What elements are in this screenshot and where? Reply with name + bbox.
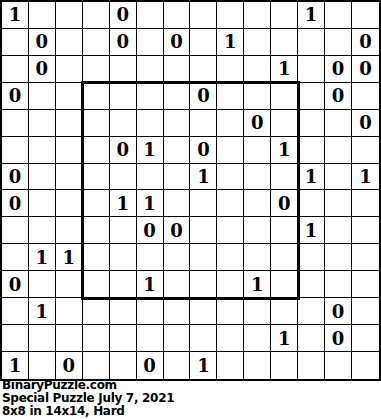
cell-r5c10-given: 0 [244,110,271,137]
cell-r5c5[interactable] [110,110,137,137]
cell-r10c9[interactable] [217,244,244,271]
cell-r7c1-given: 0 [2,164,29,191]
cell-r13c14[interactable] [352,325,379,352]
cell-r11c6-given: 1 [137,271,164,298]
cell-r11c4[interactable] [83,271,110,298]
cell-r13c11-given: 1 [271,325,298,352]
cell-r4c6[interactable] [137,83,164,110]
cell-r6c3[interactable] [56,137,83,164]
cell-r13c3[interactable] [56,325,83,352]
cell-r2c4[interactable] [83,29,110,56]
cell-r11c14[interactable] [352,271,379,298]
cell-r7c11[interactable] [271,164,298,191]
cell-r2c9-given: 1 [217,29,244,56]
cell-r3c6[interactable] [137,56,164,83]
cell-r7c10[interactable] [244,164,271,191]
cell-r11c7[interactable] [164,271,191,298]
cell-r1c1-given: 1 [2,2,29,29]
cell-r2c11[interactable] [271,29,298,56]
cell-r13c6[interactable] [137,325,164,352]
cell-r8c10[interactable] [244,190,271,217]
cell-r6c2[interactable] [29,137,56,164]
cell-r7c14-given: 1 [352,164,379,191]
cell-r12c4[interactable] [83,298,110,325]
cell-r12c14[interactable] [352,298,379,325]
cell-r14c3-given: 0 [56,352,83,379]
cell-r4c11[interactable] [271,83,298,110]
cell-r2c1[interactable] [2,29,29,56]
cell-r5c8[interactable] [190,110,217,137]
cell-r6c8-given: 0 [190,137,217,164]
cell-r1c11[interactable] [271,2,298,29]
cell-r9c6-given: 0 [137,217,164,244]
cell-r1c12-given: 1 [298,2,325,29]
cell-r10c5[interactable] [110,244,137,271]
cell-r14c14[interactable] [352,352,379,379]
caption: BinaryPuzzle.com Special Puzzle July 7, … [2,379,174,417]
cell-r1c14[interactable] [352,2,379,29]
cell-r8c6-given: 1 [137,190,164,217]
cell-r4c3[interactable] [56,83,83,110]
cell-r1c3[interactable] [56,2,83,29]
cell-r2c13[interactable] [325,29,352,56]
cell-r14c13[interactable] [325,352,352,379]
cell-r14c1-given: 1 [2,352,29,379]
cell-r3c2-given: 0 [29,56,56,83]
cell-r14c7[interactable] [164,352,191,379]
cell-r8c13[interactable] [325,190,352,217]
cell-r3c13-given: 0 [325,56,352,83]
cell-r3c10[interactable] [244,56,271,83]
cell-r3c1[interactable] [2,56,29,83]
cell-r3c5[interactable] [110,56,137,83]
cell-r12c5[interactable] [110,298,137,325]
cell-r10c2-given: 1 [29,244,56,271]
cell-r7c8-given: 1 [190,164,217,191]
cell-r6c4[interactable] [83,137,110,164]
cell-r9c2[interactable] [29,217,56,244]
cell-r2c3[interactable] [56,29,83,56]
cell-r14c9[interactable] [217,352,244,379]
cell-r9c11[interactable] [271,217,298,244]
cell-r1c7[interactable] [164,2,191,29]
cell-r13c2[interactable] [29,325,56,352]
cell-r12c9[interactable] [217,298,244,325]
cell-r6c12[interactable] [298,137,325,164]
cell-r14c8-given: 1 [190,352,217,379]
cell-r13c5[interactable] [110,325,137,352]
site-title: BinaryPuzzle.com [2,379,174,392]
cell-r11c13[interactable] [325,271,352,298]
cell-r5c13[interactable] [325,110,352,137]
cell-r10c4[interactable] [83,244,110,271]
cell-r4c9[interactable] [217,83,244,110]
cell-r2c7-given: 0 [164,29,191,56]
cell-r4c2[interactable] [29,83,56,110]
cell-r1c4[interactable] [83,2,110,29]
cell-r10c11[interactable] [271,244,298,271]
cell-r6c1[interactable] [2,137,29,164]
cell-r10c6[interactable] [137,244,164,271]
cell-r7c9[interactable] [217,164,244,191]
cell-r13c10[interactable] [244,325,271,352]
cell-r7c13[interactable] [325,164,352,191]
cell-r3c9[interactable] [217,56,244,83]
cell-r11c5[interactable] [110,271,137,298]
cell-r10c10[interactable] [244,244,271,271]
cell-r3c8[interactable] [190,56,217,83]
cell-r4c1-given: 0 [2,83,29,110]
cell-r7c5[interactable] [110,164,137,191]
cell-r10c8[interactable] [190,244,217,271]
cell-r9c14[interactable] [352,217,379,244]
cell-r9c5[interactable] [110,217,137,244]
cell-r2c14-given: 0 [352,29,379,56]
cell-r8c3[interactable] [56,190,83,217]
cell-r14c2[interactable] [29,352,56,379]
cell-r2c5-given: 0 [110,29,137,56]
cell-r4c14[interactable] [352,83,379,110]
cell-r7c4[interactable] [83,164,110,191]
cell-r5c4[interactable] [83,110,110,137]
cell-r8c9[interactable] [217,190,244,217]
cell-r9c8[interactable] [190,217,217,244]
cell-r12c2-given: 1 [29,298,56,325]
cell-r6c5-given: 0 [110,137,137,164]
cell-r1c5-given: 0 [110,2,137,29]
cell-r7c6[interactable] [137,164,164,191]
cell-r12c7[interactable] [164,298,191,325]
cell-r12c8[interactable] [190,298,217,325]
cell-r2c8[interactable] [190,29,217,56]
cell-r6c6-given: 1 [137,137,164,164]
cell-r4c8-given: 0 [190,83,217,110]
cell-r12c10[interactable] [244,298,271,325]
cell-r9c1[interactable] [2,217,29,244]
cell-r11c11[interactable] [271,271,298,298]
cell-r11c3[interactable] [56,271,83,298]
cell-r5c14-given: 0 [352,110,379,137]
cell-r11c12[interactable] [298,271,325,298]
cell-r7c7[interactable] [164,164,191,191]
cell-r8c4[interactable] [83,190,110,217]
cell-r14c5[interactable] [110,352,137,379]
cell-r7c12-given: 1 [298,164,325,191]
cell-r8c7[interactable] [164,190,191,217]
cell-r1c2[interactable] [29,2,56,29]
cell-r5c3[interactable] [56,110,83,137]
cell-r5c1[interactable] [2,110,29,137]
cell-r13c9[interactable] [217,325,244,352]
cell-r13c1[interactable] [2,325,29,352]
cell-r5c12[interactable] [298,110,325,137]
cell-r6c7[interactable] [164,137,191,164]
cell-r3c3[interactable] [56,56,83,83]
cell-r8c8[interactable] [190,190,217,217]
binary-puzzle-board: 1010001001000000001010111011000111011101… [0,0,381,381]
cell-r8c2[interactable] [29,190,56,217]
cell-r10c1[interactable] [2,244,29,271]
cell-r9c9[interactable] [217,217,244,244]
cell-r8c12[interactable] [298,190,325,217]
cell-r1c10[interactable] [244,2,271,29]
cell-r8c11-given: 0 [271,190,298,217]
cell-r8c14[interactable] [352,190,379,217]
cell-r5c11[interactable] [271,110,298,137]
cell-r11c10-given: 1 [244,271,271,298]
cell-r12c13-given: 0 [325,298,352,325]
cell-r7c2[interactable] [29,164,56,191]
cell-r10c14[interactable] [352,244,379,271]
cell-r8c5-given: 1 [110,190,137,217]
cell-r4c13-given: 0 [325,83,352,110]
cell-r11c9[interactable] [217,271,244,298]
cell-r12c6[interactable] [137,298,164,325]
cell-r9c13[interactable] [325,217,352,244]
cell-r3c12[interactable] [298,56,325,83]
cell-r11c2[interactable] [29,271,56,298]
cell-r2c12[interactable] [298,29,325,56]
cell-r6c14[interactable] [352,137,379,164]
cell-r9c12-given: 1 [298,217,325,244]
cell-r14c10[interactable] [244,352,271,379]
cell-r9c7-given: 0 [164,217,191,244]
cell-r11c8[interactable] [190,271,217,298]
cell-r4c10[interactable] [244,83,271,110]
cell-r12c3[interactable] [56,298,83,325]
cell-r6c9[interactable] [217,137,244,164]
cell-r1c6[interactable] [137,2,164,29]
cell-r4c12[interactable] [298,83,325,110]
cell-r9c4[interactable] [83,217,110,244]
cell-r14c12[interactable] [298,352,325,379]
cell-r4c4[interactable] [83,83,110,110]
cell-r14c11[interactable] [271,352,298,379]
cell-r2c10[interactable] [244,29,271,56]
cell-r13c12[interactable] [298,325,325,352]
cell-r1c9[interactable] [217,2,244,29]
cell-r12c12[interactable] [298,298,325,325]
puzzle-spec: 8x8 in 14x14, Hard [2,405,174,418]
cell-r10c13[interactable] [325,244,352,271]
cell-r9c10[interactable] [244,217,271,244]
cell-r5c2[interactable] [29,110,56,137]
puzzle-date: Special Puzzle July 7, 2021 [2,392,174,405]
cell-r12c1[interactable] [2,298,29,325]
cell-r3c4[interactable] [83,56,110,83]
cell-r2c2-given: 0 [29,29,56,56]
cell-r6c11-given: 1 [271,137,298,164]
cell-r13c7[interactable] [164,325,191,352]
cell-r9c3[interactable] [56,217,83,244]
cell-r10c7[interactable] [164,244,191,271]
cell-r4c5[interactable] [110,83,137,110]
cell-r7c3[interactable] [56,164,83,191]
cell-r14c4[interactable] [83,352,110,379]
cell-r4c7[interactable] [164,83,191,110]
cell-r10c12[interactable] [298,244,325,271]
cell-r13c4[interactable] [83,325,110,352]
cell-r5c6[interactable] [137,110,164,137]
cell-r6c10[interactable] [244,137,271,164]
cell-r6c13[interactable] [325,137,352,164]
cell-r14c6-given: 0 [137,352,164,379]
cell-r1c8[interactable] [190,2,217,29]
cell-r1c13[interactable] [325,2,352,29]
cell-r11c1-given: 0 [2,271,29,298]
cell-r3c11-given: 1 [271,56,298,83]
cell-r2c6[interactable] [137,29,164,56]
cell-r5c9[interactable] [217,110,244,137]
cell-r12c11[interactable] [271,298,298,325]
cell-r10c3-given: 1 [56,244,83,271]
cell-r13c13-given: 0 [325,325,352,352]
cell-r13c8[interactable] [190,325,217,352]
cell-r8c1-given: 0 [2,190,29,217]
cell-r3c14-given: 0 [352,56,379,83]
cell-r5c7[interactable] [164,110,191,137]
cell-r3c7[interactable] [164,56,191,83]
